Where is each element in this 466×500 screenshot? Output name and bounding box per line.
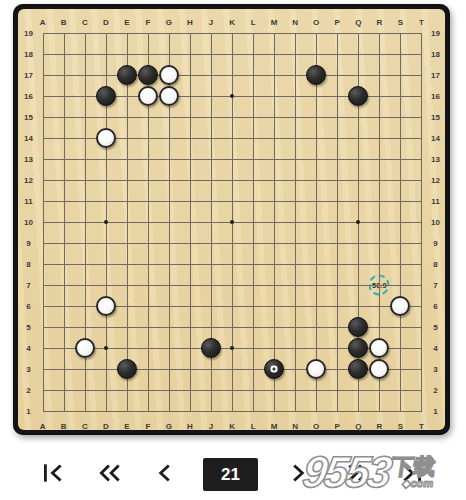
grid-vertical-line — [421, 33, 422, 412]
column-label-bottom: C — [82, 421, 88, 430]
row-label-right: 12 — [431, 176, 440, 185]
row-label-left: 1 — [26, 407, 30, 416]
column-label-top: L — [251, 18, 256, 27]
column-label-top: J — [209, 18, 213, 27]
grid-vertical-line — [400, 33, 401, 412]
white-stone — [159, 86, 179, 106]
skip-to-end-icon — [399, 460, 425, 486]
column-label-bottom: H — [187, 421, 193, 430]
column-label-bottom: R — [376, 421, 382, 430]
column-label-top: K — [229, 18, 235, 27]
back-one-button[interactable] — [145, 453, 185, 493]
column-label-bottom: L — [251, 421, 256, 430]
column-label-bottom: G — [166, 421, 172, 430]
back-ten-button[interactable] — [90, 453, 130, 493]
black-stone — [117, 359, 137, 379]
star-point — [356, 220, 360, 224]
row-label-right: 19 — [431, 29, 440, 38]
row-label-right: 13 — [431, 155, 440, 164]
row-label-right: 11 — [431, 197, 439, 206]
row-label-left: 12 — [24, 176, 33, 185]
forward-ten-button[interactable] — [338, 453, 378, 493]
row-label-right: 6 — [433, 302, 437, 311]
grid-vertical-line — [274, 33, 275, 412]
row-label-right: 16 — [431, 92, 440, 101]
row-label-right: 4 — [433, 344, 437, 353]
row-label-left: 10 — [24, 218, 33, 227]
row-label-left: 4 — [26, 344, 30, 353]
row-label-left: 16 — [24, 92, 33, 101]
column-label-bottom: N — [292, 421, 298, 430]
grid-vertical-line — [316, 33, 317, 412]
row-label-right: 2 — [433, 386, 437, 395]
grid-vertical-line — [295, 33, 296, 412]
white-stone — [369, 359, 389, 379]
column-label-bottom: E — [124, 421, 129, 430]
row-label-left: 19 — [24, 29, 33, 38]
column-label-top: P — [335, 18, 340, 27]
white-stone — [96, 296, 116, 316]
star-point — [230, 94, 234, 98]
column-label-top: H — [187, 18, 193, 27]
forward-one-button[interactable] — [278, 453, 318, 493]
white-stone — [306, 359, 326, 379]
row-label-right: 14 — [431, 134, 440, 143]
white-stone — [369, 338, 389, 358]
column-label-bottom: A — [40, 421, 46, 430]
go-board[interactable]: 50.9 AABBCCDDEEFFGGHHJJKKLLMMNNOOPPQQRRS… — [18, 9, 445, 430]
star-point — [230, 220, 234, 224]
column-label-bottom: S — [398, 421, 403, 430]
move-number-box: 21 — [203, 458, 258, 491]
star-point — [104, 220, 108, 224]
grid-horizontal-line — [43, 243, 423, 244]
black-stone — [96, 86, 116, 106]
row-label-left: 5 — [26, 323, 30, 332]
column-label-top: S — [398, 18, 403, 27]
column-label-bottom: Q — [355, 421, 361, 430]
black-stone — [348, 338, 368, 358]
row-label-right: 9 — [433, 239, 437, 248]
row-label-left: 14 — [24, 134, 33, 143]
grid-vertical-line — [337, 33, 338, 412]
column-label-top: N — [292, 18, 298, 27]
column-label-top: E — [124, 18, 129, 27]
row-label-left: 9 — [26, 239, 30, 248]
white-stone — [75, 338, 95, 358]
black-stone — [348, 317, 368, 337]
black-stone — [348, 359, 368, 379]
row-label-left: 6 — [26, 302, 30, 311]
column-label-bottom: J — [209, 421, 213, 430]
column-label-top: R — [376, 18, 382, 27]
column-label-bottom: D — [103, 421, 109, 430]
row-label-right: 8 — [433, 260, 437, 269]
row-label-right: 3 — [433, 365, 437, 374]
white-stone — [390, 296, 410, 316]
white-stone — [159, 65, 179, 85]
column-label-bottom: M — [271, 421, 278, 430]
row-label-left: 18 — [24, 50, 33, 59]
skip-to-start-icon — [40, 460, 66, 486]
row-label-right: 1 — [433, 407, 437, 416]
black-stone — [348, 86, 368, 106]
grid-horizontal-line — [43, 285, 423, 286]
chevron-left-icon — [152, 460, 178, 486]
go-board-frame: 50.9 AABBCCDDEEFFGGHHJJKKLLMMNNOOPPQQRRS… — [13, 4, 450, 435]
row-label-left: 3 — [26, 365, 30, 374]
column-label-top: G — [166, 18, 172, 27]
row-label-right: 7 — [433, 281, 437, 290]
move-number: 21 — [221, 465, 240, 485]
go-app: 50.9 AABBCCDDEEFFGGHHJJKKLLMMNNOOPPQQRRS… — [0, 0, 466, 500]
column-label-top: T — [419, 18, 424, 27]
column-label-top: O — [313, 18, 319, 27]
column-label-bottom: P — [335, 421, 340, 430]
row-label-right: 5 — [433, 323, 437, 332]
column-label-bottom: T — [419, 421, 424, 430]
first-move-button[interactable] — [33, 453, 73, 493]
row-label-right: 17 — [431, 71, 440, 80]
column-label-bottom: F — [145, 421, 150, 430]
row-label-left: 11 — [24, 197, 32, 206]
column-label-top: F — [145, 18, 150, 27]
row-label-right: 18 — [431, 50, 440, 59]
grid-horizontal-line — [43, 264, 423, 265]
star-point — [230, 346, 234, 350]
column-label-bottom: B — [61, 421, 67, 430]
column-label-top: M — [271, 18, 278, 27]
row-label-right: 10 — [431, 218, 440, 227]
black-stone — [264, 359, 284, 379]
grid-horizontal-line — [43, 411, 423, 412]
column-label-top: Q — [355, 18, 361, 27]
row-label-left: 17 — [24, 71, 33, 80]
black-stone — [138, 65, 158, 85]
column-label-bottom: O — [313, 421, 319, 430]
last-move-button[interactable] — [392, 453, 432, 493]
row-label-left: 8 — [26, 260, 30, 269]
row-label-left: 7 — [26, 281, 30, 290]
black-stone — [201, 338, 221, 358]
row-label-left: 15 — [24, 113, 33, 122]
row-label-left: 2 — [26, 386, 30, 395]
star-point — [104, 346, 108, 350]
row-label-right: 15 — [431, 113, 440, 122]
navigation-bar: 21 — [0, 446, 466, 500]
column-label-top: B — [61, 18, 67, 27]
column-label-top: A — [40, 18, 46, 27]
grid-vertical-line — [253, 33, 254, 412]
black-stone — [306, 65, 326, 85]
last-move-marker — [271, 366, 278, 373]
column-label-top: D — [103, 18, 109, 27]
chevron-right-icon — [285, 460, 311, 486]
column-label-bottom: K — [229, 421, 235, 430]
grid-horizontal-line — [43, 390, 423, 391]
black-stone — [117, 65, 137, 85]
white-stone — [138, 86, 158, 106]
white-stone — [96, 128, 116, 148]
double-chevron-right-icon — [345, 460, 371, 486]
column-label-top: C — [82, 18, 88, 27]
row-label-left: 13 — [24, 155, 33, 164]
double-chevron-left-icon — [97, 460, 123, 486]
